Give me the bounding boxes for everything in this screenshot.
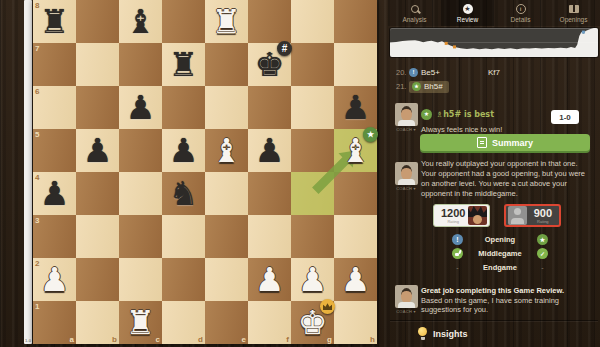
square-f6[interactable] [248, 86, 291, 129]
white-move[interactable]: Bh5# [409, 81, 449, 93]
move-row: 20.Be5+Kf7 [396, 66, 500, 79]
square-h1[interactable]: h [334, 301, 377, 344]
info-icon [516, 4, 526, 14]
square-d7[interactable]: ♜ [162, 43, 205, 86]
coach-avatar-block[interactable]: COACH [393, 162, 419, 191]
rank-label: 7 [35, 44, 39, 53]
white-pawn[interactable]: ♟ [334, 258, 377, 301]
square-c3[interactable] [119, 215, 162, 258]
coach-label[interactable]: COACH [393, 309, 419, 314]
square-b7[interactable] [76, 43, 119, 86]
square-h3[interactable] [334, 215, 377, 258]
square-e5[interactable]: ♝ [205, 129, 248, 172]
coach-avatar-block[interactable]: COACH [393, 103, 419, 132]
coach-label[interactable]: COACH [393, 127, 419, 132]
crown-icon [323, 303, 332, 310]
white-rating: 1200 [441, 208, 465, 219]
black-pawn[interactable]: ♟ [248, 129, 291, 172]
square-e8[interactable]: ♜ [205, 0, 248, 43]
chess-board[interactable]: 8♜♝♜7♜♚6♟♟5♟♟♝♟♝4♟♞32♟♟♟♟1abc♜defg♚h [33, 0, 377, 344]
black-knight[interactable]: ♞ [162, 172, 205, 215]
square-d4[interactable]: ♞ [162, 172, 205, 215]
black-pawn[interactable]: ♟ [76, 129, 119, 172]
square-h7[interactable] [334, 43, 377, 86]
coach-quip: Always feels nice to win! [421, 125, 502, 134]
coach-avatar[interactable] [395, 103, 418, 126]
rank-label: 1 [35, 302, 39, 311]
phase-row-middlegame: Middlegame [452, 246, 548, 260]
phase-label: Middlegame [463, 249, 537, 258]
rank-label: 4 [35, 173, 39, 182]
clipboard-icon [477, 137, 487, 148]
move-row: 21.Bh5# [396, 80, 461, 93]
white-move[interactable]: Be5+ [409, 68, 440, 77]
phase-grades: OpeningMiddlegame-Endgame- [452, 232, 548, 274]
phase-row-opening: Opening [452, 232, 548, 246]
square-g7[interactable] [291, 43, 334, 86]
no-grade-dash: - [537, 264, 548, 271]
square-d6[interactable] [162, 86, 205, 129]
move-number: 20. [396, 68, 409, 77]
rank-label: 6 [35, 87, 39, 96]
section-divider [390, 320, 598, 321]
file-label: h [370, 335, 375, 344]
best-move-icon [412, 82, 421, 91]
insights-label: Insights [433, 329, 468, 339]
result-box: 1-0 [551, 110, 579, 124]
file-label: a [70, 335, 74, 344]
square-g5[interactable] [291, 129, 334, 172]
square-h2[interactable]: ♟ [334, 258, 377, 301]
tab-review[interactable]: Review [441, 0, 494, 26]
square-h4[interactable] [334, 172, 377, 215]
great-move-icon [409, 68, 418, 77]
phase-row-endgame: -Endgame- [452, 260, 548, 274]
evaluation-bar-result: 1-0 [24, 338, 32, 343]
square-h8[interactable] [334, 0, 377, 43]
white-pawn[interactable]: ♟ [248, 258, 291, 301]
summary-button[interactable]: Summary [420, 134, 590, 151]
tab-analysis[interactable]: Analysis [388, 0, 441, 26]
square-d3[interactable] [162, 215, 205, 258]
black-bishop[interactable]: ♝ [119, 0, 162, 43]
white-rating-label: Rating [447, 219, 459, 224]
coach-avatar[interactable] [395, 162, 418, 185]
square-e7[interactable] [205, 43, 248, 86]
black-rating-label: Rating [537, 219, 549, 224]
square-e1[interactable]: e [205, 301, 248, 344]
rank-label: 8 [35, 1, 39, 10]
tab-openings[interactable]: Openings [547, 0, 600, 26]
square-b5[interactable]: ♟ [76, 129, 119, 172]
best-move-text: h5# is best [443, 110, 494, 119]
square-d5[interactable]: ♟ [162, 129, 205, 172]
coach-avatar[interactable] [395, 285, 418, 308]
closing-message: Great job completing this Game Review. B… [421, 286, 593, 315]
evaluation-graph[interactable] [390, 28, 598, 57]
square-f2[interactable]: ♟ [248, 258, 291, 301]
good-grade-icon-black [537, 248, 548, 259]
move-number: 21. [396, 82, 409, 91]
square-f3[interactable] [248, 215, 291, 258]
file-label: d [198, 335, 203, 344]
tab-review-label: Review [457, 16, 478, 23]
square-f1[interactable]: f [248, 301, 291, 344]
square-e4[interactable] [205, 172, 248, 215]
file-label: g [327, 335, 332, 344]
best-grade-icon-black [537, 234, 548, 245]
square-e2[interactable] [205, 258, 248, 301]
book-icon [569, 5, 579, 13]
square-e6[interactable] [205, 86, 248, 129]
phase-label: Endgame [463, 263, 537, 272]
black-pawn[interactable]: ♟ [334, 86, 377, 129]
white-pawn[interactable]: ♟ [291, 258, 334, 301]
badge-winner [320, 299, 335, 314]
square-c4[interactable] [119, 172, 162, 215]
square-a8[interactable]: 8♜ [33, 0, 76, 43]
tab-details[interactable]: Details [494, 0, 547, 26]
square-c5[interactable] [119, 129, 162, 172]
black-pawn[interactable]: ♟ [162, 129, 205, 172]
tab-openings-label: Openings [560, 16, 588, 23]
rank-label: 5 [35, 130, 39, 139]
great-grade-icon-white [452, 234, 463, 245]
excellent-grade-icon-white [452, 248, 463, 259]
square-a1[interactable]: 1a [33, 301, 76, 344]
white-bishop[interactable]: ♝ [205, 129, 248, 172]
square-c2[interactable] [119, 258, 162, 301]
square-f4[interactable] [248, 172, 291, 215]
square-a7[interactable]: 7 [33, 43, 76, 86]
file-label: e [242, 335, 246, 344]
best-move-bubble: ♗h5# is best [421, 109, 494, 120]
square-f8[interactable] [248, 0, 291, 43]
summary-button-label: Summary [492, 138, 533, 148]
square-a6[interactable]: 6 [33, 86, 76, 129]
black-pawn[interactable]: ♟ [119, 86, 162, 129]
white-player-card: 1200 Rating [433, 204, 490, 227]
square-g6[interactable] [291, 86, 334, 129]
magnifier-icon [411, 5, 419, 13]
square-b6[interactable] [76, 86, 119, 129]
square-b1[interactable]: b [76, 301, 119, 344]
square-g2[interactable]: ♟ [291, 258, 334, 301]
tab-analysis-label: Analysis [402, 16, 426, 23]
summary-paragraph: You really outplayed your opponent in th… [421, 159, 593, 199]
file-label: f [286, 335, 289, 344]
highlight-g4 [291, 172, 334, 215]
lightbulb-icon [418, 327, 427, 340]
coach-avatar-block[interactable]: COACH [393, 285, 419, 314]
square-b8[interactable] [76, 0, 119, 43]
coach-label[interactable]: COACH [393, 186, 419, 191]
square-g8[interactable] [291, 0, 334, 43]
square-e3[interactable] [205, 215, 248, 258]
square-c7[interactable] [119, 43, 162, 86]
black-rook[interactable]: ♜ [162, 43, 205, 86]
evaluation-bar: 1-0 [24, 0, 32, 344]
file-label: b [112, 335, 117, 344]
no-grade-dash: - [452, 264, 463, 271]
tab-details-label: Details [511, 16, 531, 23]
square-c6[interactable]: ♟ [119, 86, 162, 129]
square-a5[interactable]: 5 [33, 129, 76, 172]
white-rook[interactable]: ♜ [205, 0, 248, 43]
square-a2[interactable]: 2♟ [33, 258, 76, 301]
square-f5[interactable]: ♟ [248, 129, 291, 172]
square-d1[interactable]: d [162, 301, 205, 344]
square-d8[interactable] [162, 0, 205, 43]
square-a4[interactable]: 4♟ [33, 172, 76, 215]
square-b3[interactable] [76, 215, 119, 258]
black-move[interactable]: Kf7 [488, 68, 500, 77]
insights-section[interactable]: Insights [418, 327, 468, 340]
phase-label: Opening [463, 235, 537, 244]
rank-label: 3 [35, 216, 39, 225]
badge-checkmate: # [277, 41, 292, 56]
closing-message-body: Based on this game, I have some training… [421, 296, 559, 315]
black-player-avatar [508, 206, 527, 225]
square-a3[interactable]: 3 [33, 215, 76, 258]
square-c8[interactable]: ♝ [119, 0, 162, 43]
square-d2[interactable] [162, 258, 205, 301]
review-tab-bar: Analysis Review Details Openings [388, 0, 600, 26]
square-b4[interactable] [76, 172, 119, 215]
square-c1[interactable]: c♜ [119, 301, 162, 344]
file-label: c [156, 335, 160, 344]
black-rating: 900 [534, 208, 552, 219]
square-h6[interactable]: ♟ [334, 86, 377, 129]
badge-best: ★ [363, 127, 378, 142]
closing-message-title: Great job completing this Game Review. [421, 286, 593, 296]
game-review-screen: 1-0 8♜♝♜7♜♚6♟♟5♟♟♝♟♝4♟♞32♟♟♟♟1abc♜defg♚h… [0, 0, 600, 347]
black-player-card: 900 Rating [504, 204, 561, 227]
square-g3[interactable] [291, 215, 334, 258]
white-player-avatar [468, 206, 487, 225]
rank-label: 2 [35, 259, 39, 268]
star-circle-icon [463, 4, 473, 14]
best-move-star-icon [421, 109, 432, 120]
square-g4[interactable] [291, 172, 334, 215]
square-b2[interactable] [76, 258, 119, 301]
